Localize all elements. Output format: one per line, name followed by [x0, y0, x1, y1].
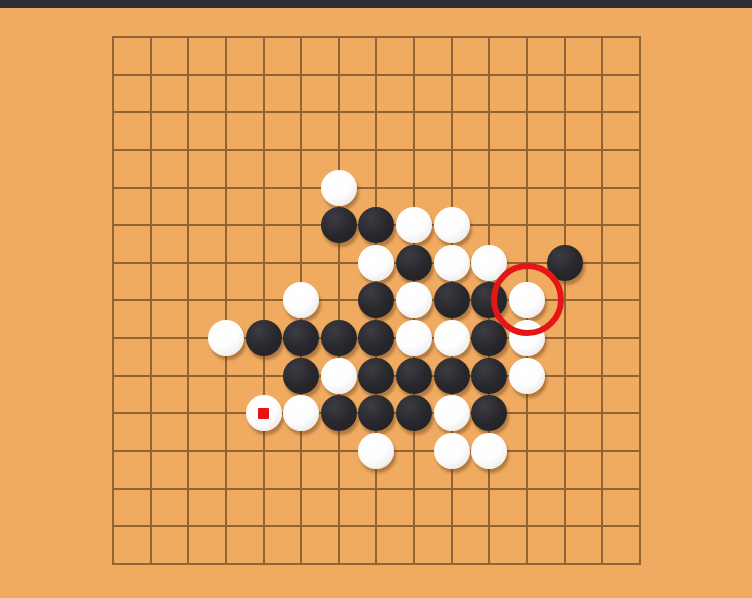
stone-white[interactable]: [321, 358, 357, 394]
stone-white[interactable]: [321, 170, 357, 206]
square-marker: [258, 408, 269, 419]
stone-black[interactable]: [246, 320, 282, 356]
board[interactable]: [0, 0, 752, 598]
stone-white[interactable]: [396, 320, 432, 356]
stone-black[interactable]: [434, 358, 470, 394]
stone-white[interactable]: [434, 395, 470, 431]
stone-white[interactable]: [434, 433, 470, 469]
stone-black[interactable]: [321, 207, 357, 243]
stone-white[interactable]: [434, 245, 470, 281]
stone-white[interactable]: [434, 320, 470, 356]
top-bar: [0, 0, 752, 8]
stone-white[interactable]: [509, 358, 545, 394]
screen: [0, 0, 752, 598]
stone-black[interactable]: [321, 320, 357, 356]
stone-black[interactable]: [358, 358, 394, 394]
stone-black[interactable]: [434, 282, 470, 318]
stone-white[interactable]: [434, 207, 470, 243]
stone-black[interactable]: [471, 358, 507, 394]
stone-black[interactable]: [283, 358, 319, 394]
stone-white[interactable]: [208, 320, 244, 356]
stone-black[interactable]: [396, 245, 432, 281]
last-move-circle: [491, 263, 564, 336]
stone-black[interactable]: [396, 358, 432, 394]
stone-black[interactable]: [321, 395, 357, 431]
